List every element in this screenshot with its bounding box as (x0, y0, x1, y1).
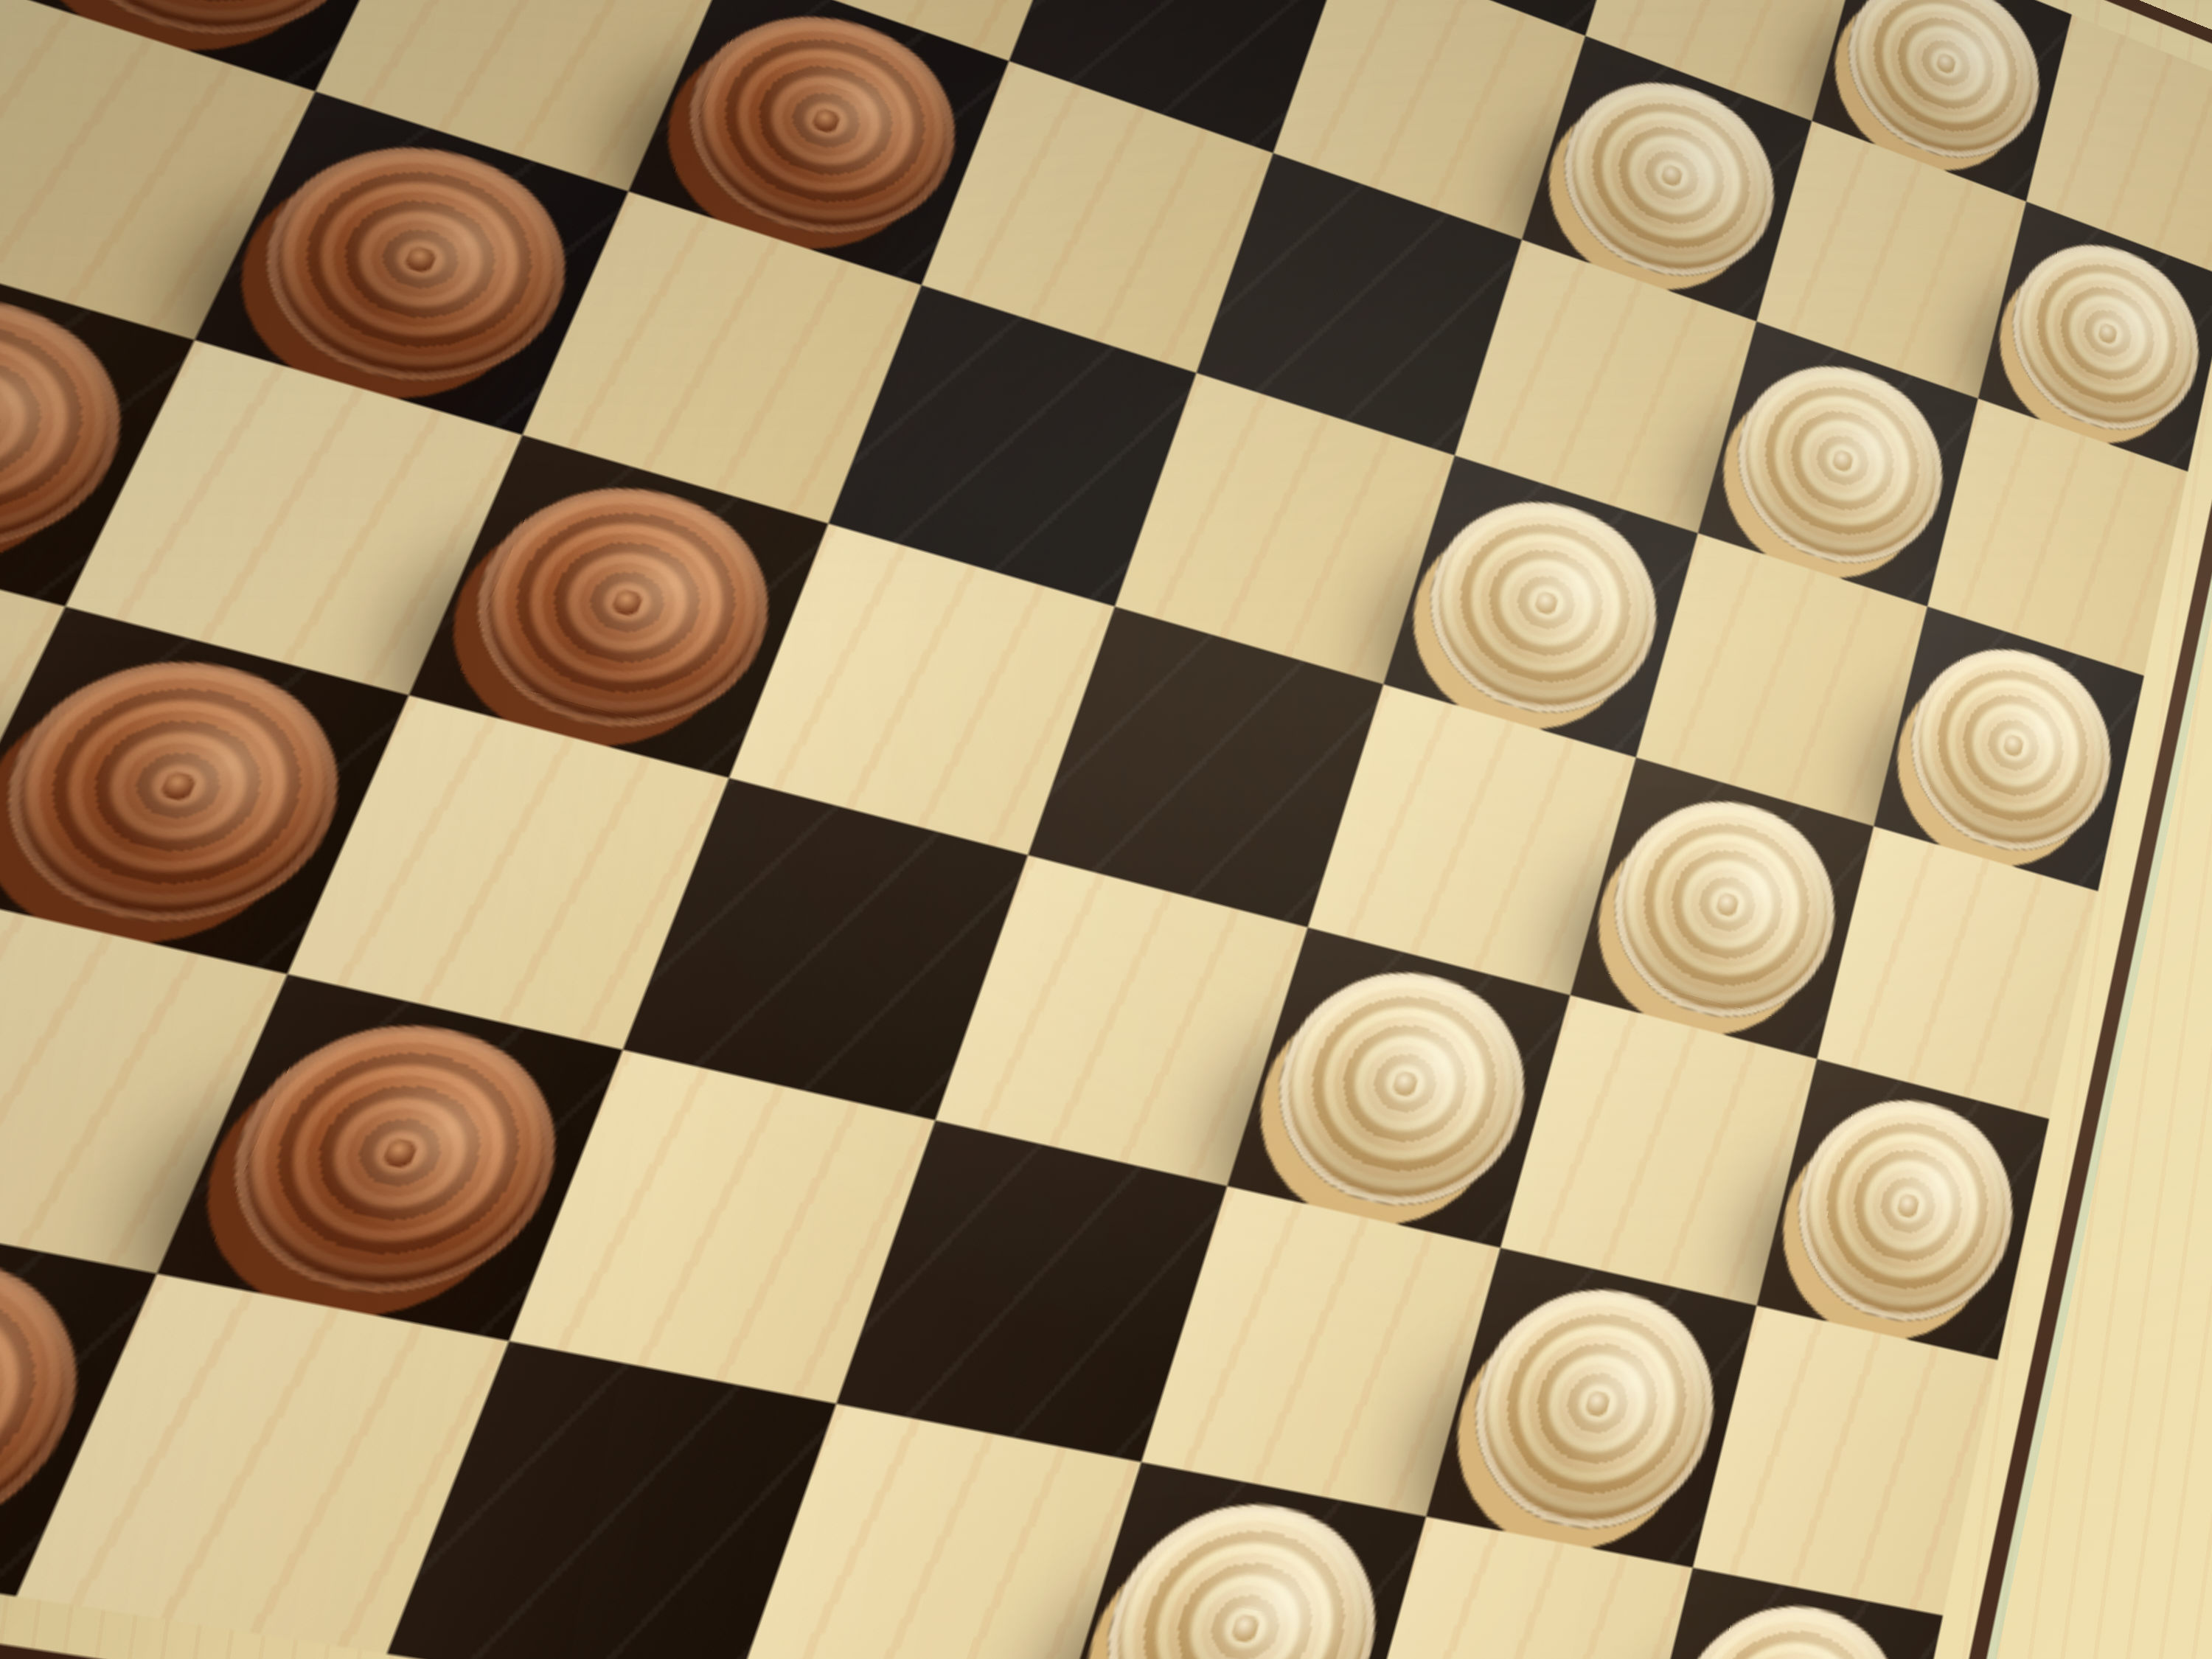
piece-cream-c8r6[interactable] (1775, 1077, 2033, 1342)
checkers-board (0, 0, 2212, 1659)
piece-cream-c7r7[interactable] (1447, 1267, 1739, 1548)
piece-cream-c6r6[interactable] (1249, 947, 1551, 1228)
piece-cream-c7r5[interactable] (1590, 776, 1857, 1041)
piece-cream-c8r4[interactable] (1891, 624, 2129, 874)
photo-stage (0, 0, 2212, 1659)
